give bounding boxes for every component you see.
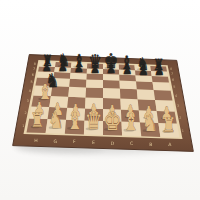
piece-black-pawn[interactable]: ♟ [58, 58, 68, 75]
square-c4[interactable] [68, 87, 86, 98]
file-label-f: F [73, 139, 76, 144]
rank-label-right-4: 4 [175, 94, 177, 98]
piece-white-knight[interactable]: ♞ [48, 107, 64, 134]
rank-label-left-1: 1 [22, 124, 24, 128]
square-h5[interactable] [153, 82, 171, 91]
piece-black-pawn[interactable]: ♟ [154, 62, 164, 79]
file-label-c: C [130, 141, 133, 146]
rank-label-left-8: 8 [34, 62, 36, 66]
file-label-b: B [149, 142, 152, 147]
file-label-h: H [34, 138, 37, 143]
piece-white-rook[interactable]: ♜ [30, 109, 44, 132]
piece-black-pawn[interactable]: ♟ [122, 61, 132, 78]
square-g4[interactable] [137, 89, 155, 100]
rank-label-right-8: 8 [170, 67, 172, 71]
square-d5[interactable] [86, 79, 103, 88]
piece-white-queen[interactable]: ♛ [85, 106, 103, 135]
file-label-e: E [92, 140, 95, 145]
square-f4[interactable] [120, 89, 138, 100]
piece-white-king[interactable]: ♚ [103, 106, 122, 137]
rank-label-left-2: 2 [25, 111, 27, 115]
piece-white-rook[interactable]: ♜ [162, 113, 176, 136]
square-g5[interactable] [136, 81, 154, 90]
rank-label-left-5: 5 [31, 80, 33, 84]
rank-label-right-7: 7 [171, 72, 173, 76]
square-e4[interactable] [103, 88, 120, 99]
square-d4[interactable] [86, 87, 103, 98]
square-f5[interactable] [120, 81, 137, 90]
file-label-d: D [111, 141, 115, 146]
square-c5[interactable] [69, 79, 86, 88]
product-photo: HGFEDCBA1122334455667788♜♞♝♛♚♝♞♜♟♟♟♟♟♟♟♟… [0, 0, 200, 200]
rank-label-left-4: 4 [29, 89, 31, 93]
rank-label-right-5: 5 [173, 85, 175, 89]
piece-white-knight[interactable]: ♞ [142, 110, 158, 137]
rank-label-left-6: 6 [32, 73, 34, 77]
rank-label-left-7: 7 [33, 67, 35, 71]
piece-white-bishop[interactable]: ♝ [66, 107, 83, 135]
rank-label-right-3: 3 [177, 104, 179, 108]
piece-black-pawn[interactable]: ♟ [138, 61, 148, 78]
square-h4[interactable] [154, 90, 173, 101]
piece-white-bishop[interactable]: ♝ [123, 108, 140, 136]
rank-label-left-3: 3 [27, 99, 29, 103]
piece-black-pawn[interactable]: ♟ [74, 59, 84, 76]
rank-label-right-1: 1 [182, 129, 184, 133]
piece-black-pawn[interactable]: ♟ [90, 59, 100, 76]
rank-label-right-2: 2 [179, 116, 181, 120]
square-e5[interactable] [103, 80, 120, 89]
piece-black-pawn[interactable]: ♟ [106, 60, 116, 77]
chess-board: HGFEDCBA1122334455667788♜♞♝♛♚♝♞♜♟♟♟♟♟♟♟♟… [0, 0, 200, 200]
rank-label-right-6: 6 [172, 78, 174, 82]
file-label-g: G [53, 139, 57, 144]
